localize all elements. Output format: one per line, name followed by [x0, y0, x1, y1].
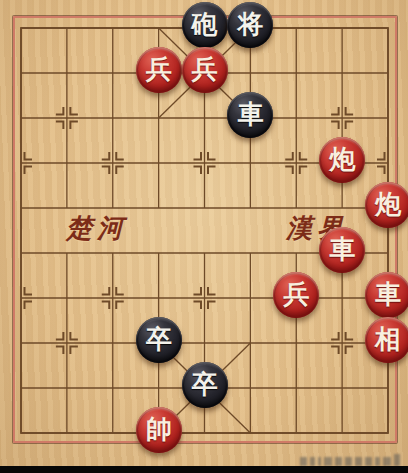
red-soldier-glyph: 兵 — [283, 282, 309, 308]
piece-red-chariot[interactable]: 車 — [319, 227, 365, 273]
red-chariot-glyph: 車 — [329, 237, 355, 263]
black-general-glyph: 将 — [237, 12, 263, 38]
red-cannon-glyph: 炮 — [329, 147, 355, 173]
black-cannon-glyph: 砲 — [192, 12, 218, 38]
piece-red-chariot[interactable]: 車 — [365, 272, 408, 318]
bottom-letterbox-bar — [0, 466, 408, 473]
red-cannon-glyph: 炮 — [375, 192, 401, 218]
river-label-chu-he: 楚河 — [52, 212, 142, 246]
black-soldier-glyph: 卒 — [146, 327, 172, 353]
red-elephant-glyph: 相 — [375, 327, 401, 353]
watermark — [300, 452, 404, 466]
red-soldier-glyph: 兵 — [192, 57, 218, 83]
xiangqi-app-screen: 楚河 漢界 砲将兵兵車炮炮車兵車卒相卒帥 — [0, 0, 408, 473]
piece-red-soldier[interactable]: 兵 — [136, 47, 182, 93]
piece-black-soldier[interactable]: 卒 — [136, 317, 182, 363]
piece-red-cannon[interactable]: 炮 — [365, 182, 408, 228]
piece-black-cannon[interactable]: 砲 — [182, 2, 228, 48]
piece-red-soldier[interactable]: 兵 — [273, 272, 319, 318]
piece-black-soldier[interactable]: 卒 — [182, 362, 228, 408]
piece-red-cannon[interactable]: 炮 — [319, 137, 365, 183]
black-soldier-glyph: 卒 — [192, 372, 218, 398]
piece-red-general[interactable]: 帥 — [136, 407, 182, 453]
red-soldier-glyph: 兵 — [146, 57, 172, 83]
piece-red-elephant[interactable]: 相 — [365, 317, 408, 363]
piece-red-soldier[interactable]: 兵 — [182, 47, 228, 93]
red-chariot-glyph: 車 — [375, 282, 401, 308]
black-chariot-glyph: 車 — [237, 102, 263, 128]
red-general-glyph: 帥 — [146, 417, 172, 443]
